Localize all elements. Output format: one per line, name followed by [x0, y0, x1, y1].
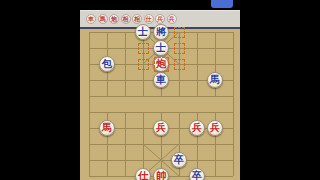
- xiangqi-board[interactable]: 士將士包炮車馬馬兵兵兵卒仕帥卒: [80, 27, 240, 180]
- red-piece-兵[interactable]: 兵: [153, 120, 169, 136]
- captured-piece-兵: 兵: [155, 14, 165, 24]
- red-piece-炮[interactable]: 炮: [153, 56, 169, 72]
- right-black-bar: [240, 0, 320, 180]
- left-black-bar: [0, 0, 80, 180]
- captured-piece-車: 車: [86, 14, 96, 24]
- captured-piece-相: 相: [121, 14, 131, 24]
- move-target-marker[interactable]: [174, 59, 185, 70]
- red-piece-兵[interactable]: 兵: [189, 120, 205, 136]
- red-piece-兵[interactable]: 兵: [207, 120, 223, 136]
- top-right-blue-accent: [211, 0, 233, 8]
- move-target-marker[interactable]: [174, 27, 185, 38]
- move-target-marker[interactable]: [138, 59, 149, 70]
- black-piece-卒[interactable]: 卒: [189, 168, 205, 180]
- red-piece-仕[interactable]: 仕: [135, 168, 151, 180]
- red-piece-馬[interactable]: 馬: [99, 120, 115, 136]
- black-piece-將[interactable]: 將: [153, 24, 169, 40]
- captured-piece-馬: 馬: [98, 14, 108, 24]
- black-piece-包[interactable]: 包: [99, 56, 115, 72]
- black-piece-士[interactable]: 士: [135, 24, 151, 40]
- move-target-marker[interactable]: [174, 43, 185, 54]
- captured-piece-兵: 兵: [167, 14, 177, 24]
- black-piece-車[interactable]: 車: [153, 72, 169, 88]
- captured-piece-相: 相: [132, 14, 142, 24]
- black-piece-馬[interactable]: 馬: [207, 72, 223, 88]
- black-piece-士[interactable]: 士: [153, 40, 169, 56]
- move-target-marker[interactable]: [138, 43, 149, 54]
- black-piece-卒[interactable]: 卒: [171, 152, 187, 168]
- red-piece-帥[interactable]: 帥: [153, 168, 169, 180]
- captured-piece-炮: 炮: [109, 14, 119, 24]
- game-screen: 車馬炮相相仕兵兵: [0, 0, 320, 180]
- captured-piece-仕: 仕: [144, 14, 154, 24]
